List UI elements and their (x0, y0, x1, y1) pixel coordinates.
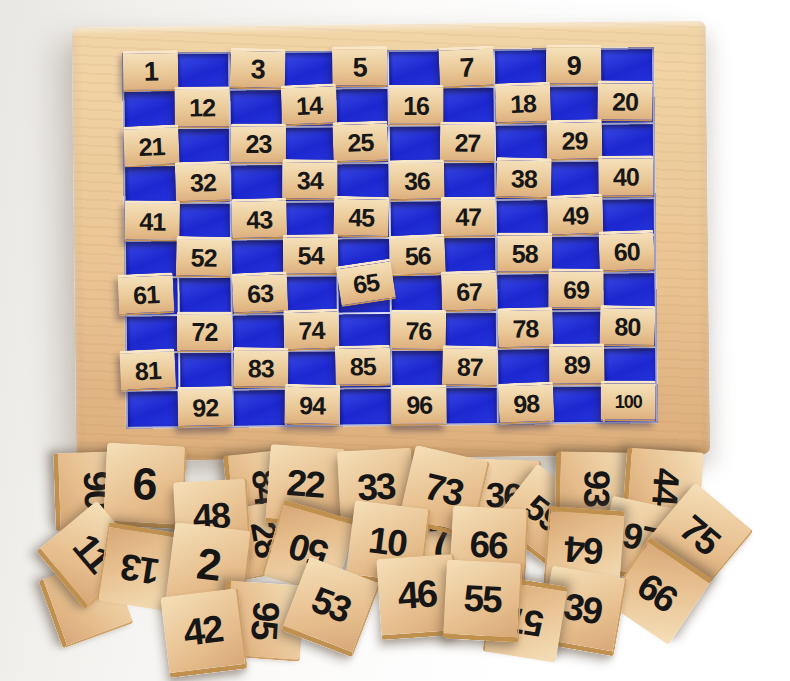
board-tile-83[interactable]: 83 (233, 347, 288, 389)
board-cell-empty[interactable] (232, 240, 283, 276)
board-well: 1357912141618202123252729323436384041434… (122, 47, 658, 429)
board-cell-empty[interactable] (548, 87, 599, 123)
board-tile-43[interactable]: 43 (231, 197, 287, 240)
board-tile-80[interactable]: 80 (599, 305, 655, 348)
board-grid: 1357912141618202123252729323436384041434… (122, 47, 658, 429)
board-tile-49[interactable]: 49 (547, 193, 604, 237)
board-tile-41[interactable]: 41 (125, 200, 180, 242)
board-cell: 92 (181, 390, 232, 426)
board-cell-empty[interactable] (496, 125, 547, 161)
board-cell: 69 (550, 274, 601, 310)
board-tile-100[interactable]: 100 (601, 380, 656, 421)
board-cell-empty[interactable] (234, 390, 285, 426)
board-cell-empty[interactable] (128, 391, 179, 427)
board-tile-12[interactable]: 12 (174, 87, 229, 129)
board-cell-empty[interactable] (495, 50, 546, 86)
board-cell-empty[interactable] (549, 162, 600, 198)
board-cell-empty[interactable] (390, 126, 441, 162)
board-cell-empty[interactable] (125, 166, 176, 202)
board-cell: 52 (179, 241, 230, 277)
board-tile-9[interactable]: 9 (546, 45, 601, 86)
board-cell-empty[interactable] (603, 274, 654, 310)
board-cell-empty[interactable] (286, 352, 337, 388)
hundred-board: 1357912141618202123252729323436384041434… (72, 21, 711, 462)
board-cell-empty[interactable] (285, 277, 336, 313)
board-cell-empty[interactable] (445, 313, 496, 349)
board-tile-69[interactable]: 69 (548, 269, 603, 311)
board-cell: 16 (389, 89, 440, 125)
board-cell-empty[interactable] (550, 237, 601, 273)
board-cell-empty[interactable] (127, 316, 178, 352)
board-tile-40[interactable]: 40 (598, 155, 653, 197)
board-cell-empty[interactable] (178, 128, 229, 164)
board-tile-54[interactable]: 54 (283, 234, 338, 276)
board-tile-72[interactable]: 72 (177, 311, 232, 352)
board-tile-81[interactable]: 81 (119, 349, 176, 393)
board-cell: 18 (495, 88, 546, 124)
board-tile-32[interactable]: 32 (175, 161, 231, 204)
board-tile-61[interactable]: 61 (118, 273, 175, 317)
board-tile-25[interactable]: 25 (332, 120, 388, 163)
board-cell-empty[interactable] (389, 51, 440, 87)
board-tile-47[interactable]: 47 (441, 196, 496, 238)
board-tile-87[interactable]: 87 (442, 345, 498, 388)
board-cell: 9 (548, 50, 599, 86)
board-cell-empty[interactable] (604, 348, 655, 384)
board-cell-empty[interactable] (124, 92, 175, 128)
board-cell: 20 (601, 87, 652, 123)
board-cell: 74 (286, 314, 337, 350)
board-cell-empty[interactable] (285, 202, 336, 238)
board-cell: 43 (232, 203, 283, 239)
board-tile-67[interactable]: 67 (441, 270, 497, 313)
board-tile-56[interactable]: 56 (389, 234, 446, 278)
board-cell-empty[interactable] (497, 275, 548, 311)
board-tile-60[interactable]: 60 (598, 230, 654, 273)
board-cell-empty[interactable] (233, 315, 284, 351)
board-cell: 58 (497, 237, 548, 273)
board-cell: 83 (233, 352, 284, 388)
board-tile-18[interactable]: 18 (495, 82, 551, 125)
board-cell: 78 (498, 312, 549, 348)
board-cell: 63 (232, 278, 283, 314)
board-tile-34[interactable]: 34 (282, 159, 337, 201)
board-cell-empty[interactable] (340, 389, 391, 425)
board-cell: 76 (392, 313, 443, 349)
board-cell: 36 (390, 164, 441, 200)
board-tile-85[interactable]: 85 (335, 345, 391, 388)
board-tile-58[interactable]: 58 (497, 233, 552, 274)
board-cell: 67 (444, 275, 495, 311)
board-cell: 61 (126, 279, 177, 315)
board-cell: 12 (177, 91, 228, 127)
board-cell-empty[interactable] (180, 353, 231, 389)
board-cell: 34 (284, 165, 335, 201)
board-cell: 49 (550, 199, 601, 235)
board-cell: 5 (336, 52, 387, 88)
board-cell: 47 (444, 201, 495, 237)
board-cell-empty[interactable] (179, 278, 230, 314)
board-cell: 72 (180, 315, 231, 351)
board-cell-empty[interactable] (230, 91, 281, 127)
board-cell-empty[interactable] (391, 276, 442, 312)
board-cell: 100 (605, 386, 656, 422)
loose-tile-55[interactable]: 55 (443, 560, 523, 643)
board-cell: 14 (283, 90, 334, 126)
scene: 1357912141618202123252729323436384041434… (0, 0, 790, 681)
board-cell: 98 (499, 387, 550, 423)
board-tile-38[interactable]: 38 (496, 157, 552, 200)
board-cell: 32 (178, 166, 229, 202)
board-cell: 54 (285, 240, 336, 276)
board-cell-empty[interactable] (231, 165, 282, 201)
board-cell: 1 (124, 54, 175, 90)
board-tile-89[interactable]: 89 (549, 343, 604, 385)
loose-tile-42[interactable]: 42 (160, 588, 247, 678)
board-tile-65[interactable]: 65 (336, 259, 397, 308)
board-cell-empty[interactable] (442, 88, 493, 124)
board-tile-52[interactable]: 52 (176, 236, 232, 279)
board-tile-36[interactable]: 36 (389, 159, 445, 202)
board-cell-empty[interactable] (443, 163, 494, 199)
board-cell: 29 (549, 125, 600, 161)
board-cell-empty[interactable] (498, 350, 549, 386)
board-tile-29[interactable]: 29 (547, 119, 603, 162)
board-cell: 89 (551, 349, 602, 385)
board-cell: 65 (338, 276, 389, 312)
board-cell-empty[interactable] (337, 164, 388, 200)
board-cell-empty[interactable] (444, 238, 495, 274)
board-tile-96[interactable]: 96 (392, 384, 447, 426)
board-cell-empty[interactable] (391, 201, 442, 237)
board-cell: 27 (443, 126, 494, 162)
board-cell-empty[interactable] (446, 387, 497, 423)
board-cell: 25 (337, 127, 388, 163)
board-cell-empty[interactable] (284, 127, 335, 163)
board-cell: 41 (126, 204, 177, 240)
board-cell: 87 (445, 350, 496, 386)
board-cell: 85 (339, 351, 390, 387)
board-tile-98[interactable]: 98 (498, 381, 555, 425)
board-cell-empty[interactable] (179, 203, 230, 239)
board-cell-empty[interactable] (392, 351, 443, 387)
board-cell: 21 (125, 129, 176, 165)
board-cell: 40 (602, 161, 653, 197)
board-tile-7[interactable]: 7 (438, 46, 495, 90)
board-cell: 56 (391, 238, 442, 274)
board-tile-1[interactable]: 1 (123, 50, 179, 93)
board-tile-16[interactable]: 16 (389, 85, 444, 126)
board-tile-45[interactable]: 45 (333, 195, 389, 238)
board-cell-empty[interactable] (551, 312, 602, 348)
board-cell: 45 (338, 202, 389, 238)
board-cell: 96 (393, 388, 444, 424)
board-cell: 23 (231, 128, 282, 164)
board-cell: 60 (603, 236, 654, 272)
board-tile-78[interactable]: 78 (497, 307, 553, 350)
board-cell: 3 (230, 53, 281, 89)
board-tile-21[interactable]: 21 (123, 124, 180, 168)
board-tile-14[interactable]: 14 (281, 84, 338, 128)
board-cell-empty[interactable] (552, 386, 603, 422)
board-cell-empty[interactable] (497, 200, 548, 236)
board-tile-23[interactable]: 23 (231, 123, 286, 164)
board-cell: 80 (604, 311, 655, 347)
board-tile-74[interactable]: 74 (283, 308, 339, 351)
board-cell: 38 (496, 163, 547, 199)
board-tile-94[interactable]: 94 (284, 383, 340, 426)
board-tile-63[interactable]: 63 (232, 272, 289, 316)
board-cell: 7 (442, 51, 493, 87)
board-cell: 94 (287, 389, 338, 425)
board-tile-76[interactable]: 76 (391, 309, 446, 351)
board-tile-92[interactable]: 92 (177, 385, 233, 428)
board-tile-5[interactable]: 5 (332, 46, 387, 88)
board-tile-3[interactable]: 3 (230, 48, 286, 91)
board-tile-27[interactable]: 27 (440, 121, 495, 163)
board-tile-20[interactable]: 20 (597, 81, 652, 123)
board-cell: 81 (127, 353, 178, 389)
board-cell-empty[interactable] (177, 54, 228, 90)
